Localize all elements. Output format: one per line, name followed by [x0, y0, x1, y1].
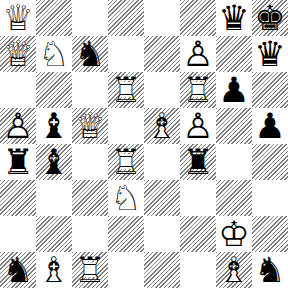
square-h4[interactable] [252, 144, 288, 180]
piece-glyph-outline: ♝ [36, 108, 72, 144]
white-queen-piece[interactable]: ♛♕ [0, 0, 36, 36]
piece-glyph-outline: ♚ [252, 0, 288, 36]
chess-board: ♛♕♛♛♚♚♛♕♞♘♞♞♟♙♛♛♜♖♜♖♟♟♟♙♝♝♛♕♝♗♟♙♟♟♜♜♝♝♜♖… [0, 0, 288, 288]
square-h3[interactable] [252, 180, 288, 216]
square-c1[interactable]: ♜♖ [72, 252, 108, 288]
square-d2[interactable] [108, 216, 144, 252]
square-a7[interactable]: ♛♕ [0, 36, 36, 72]
square-e6[interactable] [144, 72, 180, 108]
piece-glyph-outline: ♜ [0, 144, 36, 180]
square-f1[interactable] [180, 252, 216, 288]
square-d4[interactable]: ♜♖ [108, 144, 144, 180]
black-knight-piece[interactable]: ♞♞ [0, 252, 36, 288]
square-g8[interactable]: ♛♛ [216, 0, 252, 36]
black-king-piece[interactable]: ♚♚ [252, 0, 288, 36]
square-a3[interactable] [0, 180, 36, 216]
square-a8[interactable]: ♛♕ [0, 0, 36, 36]
white-bishop-piece[interactable]: ♝♗ [36, 252, 72, 288]
square-b2[interactable] [36, 216, 72, 252]
square-f2[interactable] [180, 216, 216, 252]
piece-glyph-outline: ♖ [180, 72, 216, 108]
square-c6[interactable] [72, 72, 108, 108]
square-f6[interactable]: ♜♖ [180, 72, 216, 108]
square-f7[interactable]: ♟♙ [180, 36, 216, 72]
square-c3[interactable] [72, 180, 108, 216]
piece-glyph-outline: ♖ [108, 72, 144, 108]
square-b6[interactable] [36, 72, 72, 108]
piece-glyph-outline: ♝ [36, 144, 72, 180]
square-b5[interactable]: ♝♝ [36, 108, 72, 144]
white-pawn-piece[interactable]: ♟♙ [180, 36, 216, 72]
square-f8[interactable] [180, 0, 216, 36]
black-bishop-piece[interactable]: ♝♝ [36, 108, 72, 144]
black-pawn-piece[interactable]: ♟♟ [216, 72, 252, 108]
square-b8[interactable] [36, 0, 72, 36]
square-c5[interactable]: ♛♕ [72, 108, 108, 144]
square-c8[interactable] [72, 0, 108, 36]
piece-glyph-outline: ♛ [216, 0, 252, 36]
square-c2[interactable] [72, 216, 108, 252]
black-queen-piece[interactable]: ♛♛ [252, 36, 288, 72]
white-knight-piece[interactable]: ♞♘ [108, 180, 144, 216]
square-c7[interactable]: ♞♞ [72, 36, 108, 72]
piece-glyph-outline: ♘ [108, 180, 144, 216]
square-a4[interactable]: ♜♜ [0, 144, 36, 180]
piece-glyph-outline: ♖ [72, 252, 108, 288]
square-e4[interactable] [144, 144, 180, 180]
square-d6[interactable]: ♜♖ [108, 72, 144, 108]
black-rook-piece[interactable]: ♜♜ [180, 144, 216, 180]
piece-glyph-outline: ♕ [72, 108, 108, 144]
square-f4[interactable]: ♜♜ [180, 144, 216, 180]
piece-glyph-outline: ♟ [216, 72, 252, 108]
square-g2[interactable]: ♚♔ [216, 216, 252, 252]
white-rook-piece[interactable]: ♜♖ [108, 144, 144, 180]
square-e3[interactable] [144, 180, 180, 216]
square-e1[interactable] [144, 252, 180, 288]
square-d7[interactable] [108, 36, 144, 72]
piece-glyph-outline: ♗ [216, 252, 252, 288]
white-bishop-piece[interactable]: ♝♗ [144, 108, 180, 144]
square-e8[interactable] [144, 0, 180, 36]
white-king-piece[interactable]: ♚♔ [216, 216, 252, 252]
square-h8[interactable]: ♚♚ [252, 0, 288, 36]
square-d3[interactable]: ♞♘ [108, 180, 144, 216]
piece-glyph-outline: ♖ [108, 144, 144, 180]
square-h1[interactable]: ♞♞ [252, 252, 288, 288]
piece-glyph-outline: ♗ [36, 252, 72, 288]
piece-glyph-outline: ♕ [0, 0, 36, 36]
square-a6[interactable] [0, 72, 36, 108]
piece-glyph-outline: ♙ [0, 108, 36, 144]
white-bishop-piece[interactable]: ♝♗ [216, 252, 252, 288]
piece-glyph-outline: ♘ [36, 36, 72, 72]
piece-glyph-outline: ♗ [144, 108, 180, 144]
square-g3[interactable] [216, 180, 252, 216]
white-rook-piece[interactable]: ♜♖ [72, 252, 108, 288]
piece-glyph-outline: ♞ [0, 252, 36, 288]
square-f5[interactable]: ♟♙ [180, 108, 216, 144]
square-d8[interactable] [108, 0, 144, 36]
square-b1[interactable]: ♝♗ [36, 252, 72, 288]
square-a2[interactable] [0, 216, 36, 252]
square-g6[interactable]: ♟♟ [216, 72, 252, 108]
piece-glyph-outline: ♞ [252, 252, 288, 288]
square-g7[interactable] [216, 36, 252, 72]
black-pawn-piece[interactable]: ♟♟ [252, 108, 288, 144]
square-h2[interactable] [252, 216, 288, 252]
square-h7[interactable]: ♛♛ [252, 36, 288, 72]
white-pawn-piece[interactable]: ♟♙ [0, 108, 36, 144]
square-a1[interactable]: ♞♞ [0, 252, 36, 288]
black-queen-piece[interactable]: ♛♛ [216, 0, 252, 36]
black-bishop-piece[interactable]: ♝♝ [36, 144, 72, 180]
square-b4[interactable]: ♝♝ [36, 144, 72, 180]
square-h5[interactable]: ♟♟ [252, 108, 288, 144]
white-queen-piece[interactable]: ♛♕ [0, 36, 36, 72]
piece-glyph-outline: ♙ [180, 108, 216, 144]
piece-glyph-outline: ♞ [72, 36, 108, 72]
piece-glyph-outline: ♛ [252, 36, 288, 72]
square-d1[interactable] [108, 252, 144, 288]
white-rook-piece[interactable]: ♜♖ [180, 72, 216, 108]
square-c4[interactable] [72, 144, 108, 180]
square-a5[interactable]: ♟♙ [0, 108, 36, 144]
white-pawn-piece[interactable]: ♟♙ [180, 108, 216, 144]
piece-glyph-outline: ♔ [216, 216, 252, 252]
black-rook-piece[interactable]: ♜♜ [0, 144, 36, 180]
black-knight-piece[interactable]: ♞♞ [252, 252, 288, 288]
square-b7[interactable]: ♞♘ [36, 36, 72, 72]
white-rook-piece[interactable]: ♜♖ [108, 72, 144, 108]
square-f3[interactable] [180, 180, 216, 216]
square-g1[interactable]: ♝♗ [216, 252, 252, 288]
piece-glyph-outline: ♙ [180, 36, 216, 72]
square-d5[interactable] [108, 108, 144, 144]
piece-glyph-outline: ♕ [0, 36, 36, 72]
white-queen-piece[interactable]: ♛♕ [72, 108, 108, 144]
square-g4[interactable] [216, 144, 252, 180]
square-e5[interactable]: ♝♗ [144, 108, 180, 144]
square-e7[interactable] [144, 36, 180, 72]
square-b3[interactable] [36, 180, 72, 216]
piece-glyph-outline: ♟ [252, 108, 288, 144]
square-g5[interactable] [216, 108, 252, 144]
black-knight-piece[interactable]: ♞♞ [72, 36, 108, 72]
square-e2[interactable] [144, 216, 180, 252]
square-h6[interactable] [252, 72, 288, 108]
white-knight-piece[interactable]: ♞♘ [36, 36, 72, 72]
piece-glyph-outline: ♜ [180, 144, 216, 180]
